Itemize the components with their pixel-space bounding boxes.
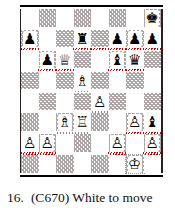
square-g8 <box>126 9 144 27</box>
square-a6 <box>21 51 39 69</box>
page: ♚♟♜♟♟♟♟♕♝♛♗♙♗♖♙♝♙♙♙♙♔ 16.(C670) White to… <box>0 0 175 213</box>
square-b1 <box>39 155 57 173</box>
board-frame: ♚♟♜♟♟♟♟♕♝♛♗♙♗♖♙♝♙♙♙♙♔ <box>21 9 161 173</box>
square-a8 <box>21 9 39 27</box>
square-b4 <box>39 93 57 111</box>
square-a2: ♙ <box>21 134 39 152</box>
square-c2 <box>56 134 74 152</box>
board-bottom-rule <box>20 175 163 177</box>
square-c3: ♗ <box>56 113 74 131</box>
square-e4: ♙ <box>91 93 109 111</box>
square-e5 <box>91 72 109 90</box>
square-d1 <box>74 155 92 173</box>
square-h6 <box>144 51 162 69</box>
square-a7: ♟ <box>21 30 39 48</box>
white-pawn: ♙ <box>145 135 159 152</box>
square-g4 <box>126 93 144 111</box>
square-h8: ♚ <box>144 9 162 27</box>
square-h1 <box>144 155 162 173</box>
square-f4 <box>109 93 127 111</box>
white-pawn: ♙ <box>128 114 142 131</box>
white-pawn: ♙ <box>93 94 107 111</box>
square-d7: ♜ <box>74 30 92 48</box>
square-c1 <box>56 155 74 173</box>
white-pawn: ♙ <box>23 135 37 152</box>
square-d2 <box>74 134 92 152</box>
square-d5: ♗ <box>74 72 92 90</box>
square-c4 <box>56 93 74 111</box>
square-g3: ♙ <box>126 113 144 131</box>
square-d4 <box>74 93 92 111</box>
black-pawn: ♟ <box>128 31 142 48</box>
square-a5 <box>21 72 39 90</box>
white-bishop: ♗ <box>75 73 89 90</box>
white-pawn: ♙ <box>40 135 54 152</box>
black-pawn: ♟ <box>110 31 124 48</box>
square-d8 <box>74 9 92 27</box>
black-pawn: ♟ <box>40 52 54 69</box>
square-e2 <box>91 134 109 152</box>
square-g2 <box>126 134 144 152</box>
square-a3 <box>21 113 39 131</box>
square-d6 <box>74 51 92 69</box>
square-g6: ♛ <box>126 51 144 69</box>
square-f1 <box>109 155 127 173</box>
square-c8 <box>56 9 74 27</box>
square-h5 <box>144 72 162 90</box>
board-right-border <box>161 9 163 173</box>
square-g1: ♔ <box>126 155 144 173</box>
board-top-rule <box>20 5 163 7</box>
square-f5 <box>109 72 127 90</box>
square-f8 <box>109 9 127 27</box>
white-rook: ♖ <box>75 114 89 131</box>
square-c7 <box>56 30 74 48</box>
caption-text: (C670) White to move <box>31 190 153 205</box>
square-a1 <box>21 155 39 173</box>
square-f2: ♙ <box>109 134 127 152</box>
square-g5 <box>126 72 144 90</box>
square-b2: ♙ <box>39 134 57 152</box>
square-d3: ♖ <box>74 113 92 131</box>
square-c5 <box>56 72 74 90</box>
square-c6: ♕ <box>56 51 74 69</box>
puzzle-number: 16. <box>7 190 24 205</box>
square-b8 <box>39 9 57 27</box>
black-pawn: ♟ <box>145 31 159 48</box>
square-h7: ♟ <box>144 30 162 48</box>
square-h2: ♙ <box>144 134 162 152</box>
white-king: ♔ <box>128 156 142 173</box>
square-e3 <box>91 113 109 131</box>
white-bishop: ♗ <box>58 114 72 131</box>
chess-diagram: ♚♟♜♟♟♟♟♕♝♛♗♙♗♖♙♝♙♙♙♙♔ <box>20 5 163 177</box>
chess-board: ♚♟♜♟♟♟♟♕♝♛♗♙♗♖♙♝♙♙♙♙♔ <box>21 9 161 173</box>
square-g7: ♟ <box>126 30 144 48</box>
diagram-caption: 16.(C670) White to move <box>7 190 152 206</box>
square-e1 <box>91 155 109 173</box>
white-pawn: ♙ <box>110 135 124 152</box>
white-queen: ♕ <box>58 52 72 69</box>
square-e6 <box>91 51 109 69</box>
square-b7 <box>39 30 57 48</box>
square-a4 <box>21 93 39 111</box>
square-b3 <box>39 113 57 131</box>
black-rook: ♜ <box>75 31 89 48</box>
black-bishop: ♝ <box>145 114 159 131</box>
square-f3 <box>109 113 127 131</box>
black-king: ♚ <box>145 10 159 27</box>
square-e8 <box>91 9 109 27</box>
black-pawn: ♟ <box>23 31 37 48</box>
square-f6: ♝ <box>109 51 127 69</box>
square-b5 <box>39 72 57 90</box>
black-bishop: ♝ <box>110 52 124 69</box>
square-e7 <box>91 30 109 48</box>
square-b6: ♟ <box>39 51 57 69</box>
square-h4 <box>144 93 162 111</box>
square-f7: ♟ <box>109 30 127 48</box>
black-queen: ♛ <box>128 52 142 69</box>
square-h3: ♝ <box>144 113 162 131</box>
